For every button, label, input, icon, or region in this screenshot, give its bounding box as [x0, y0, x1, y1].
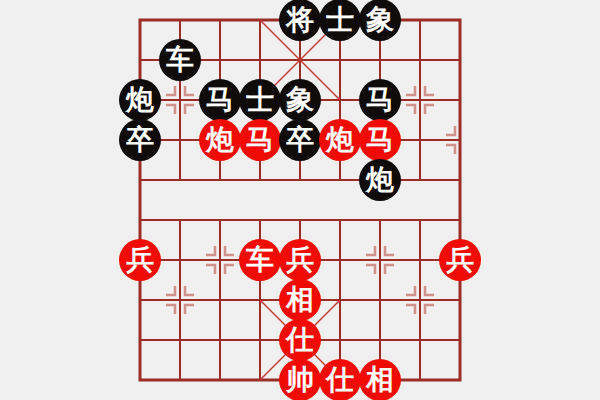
board-point[interactable] — [120, 320, 160, 360]
board-point[interactable] — [240, 40, 280, 80]
piece-black-advisor[interactable]: 士 — [319, 0, 361, 41]
board-point[interactable]: 仕 — [320, 360, 360, 400]
board-point[interactable]: 马 — [360, 80, 400, 120]
board-point[interactable] — [440, 120, 480, 160]
board-point[interactable] — [120, 40, 160, 80]
board-point[interactable] — [200, 160, 240, 200]
piece-red-soldier[interactable]: 兵 — [119, 239, 161, 281]
piece-red-soldier[interactable]: 兵 — [279, 239, 321, 281]
piece-red-horse[interactable]: 马 — [359, 119, 401, 161]
piece-red-cannon[interactable]: 炮 — [319, 119, 361, 161]
board-point[interactable]: 帅 — [280, 360, 320, 400]
board-point[interactable] — [200, 280, 240, 320]
board-point[interactable] — [240, 200, 280, 240]
board-point[interactable] — [360, 280, 400, 320]
board-point[interactable] — [400, 80, 440, 120]
board-point[interactable]: 炮 — [120, 80, 160, 120]
board-point[interactable] — [240, 160, 280, 200]
board-point[interactable] — [360, 200, 400, 240]
piece-red-cannon[interactable]: 炮 — [199, 119, 241, 161]
board-point[interactable] — [400, 120, 440, 160]
board-point[interactable] — [280, 40, 320, 80]
board-point[interactable] — [320, 40, 360, 80]
board-point[interactable] — [120, 360, 160, 400]
board-point[interactable] — [320, 80, 360, 120]
board-point[interactable] — [320, 240, 360, 280]
piece-black-soldier[interactable]: 卒 — [279, 119, 321, 161]
board-point[interactable] — [240, 360, 280, 400]
board-point[interactable] — [320, 320, 360, 360]
board-point[interactable]: 炮 — [320, 120, 360, 160]
board-point[interactable] — [120, 280, 160, 320]
piece-black-general[interactable]: 将 — [279, 0, 321, 41]
board-point[interactable] — [440, 200, 480, 240]
board-point[interactable]: 相 — [280, 280, 320, 320]
board-point[interactable] — [440, 80, 480, 120]
board-point[interactable]: 兵 — [120, 240, 160, 280]
piece-black-horse[interactable]: 马 — [199, 79, 241, 121]
board-point[interactable] — [160, 160, 200, 200]
board-point[interactable]: 相 — [360, 360, 400, 400]
board-point[interactable]: 炮 — [360, 160, 400, 200]
board-point[interactable]: 卒 — [280, 120, 320, 160]
board-point[interactable] — [200, 240, 240, 280]
board-point[interactable] — [160, 80, 200, 120]
board-point[interactable] — [400, 240, 440, 280]
board-point[interactable]: 马 — [240, 120, 280, 160]
piece-red-elephant[interactable]: 相 — [279, 279, 321, 321]
piece-black-chariot[interactable]: 车 — [159, 39, 201, 81]
board-point[interactable] — [200, 200, 240, 240]
board-point[interactable] — [400, 0, 440, 40]
piece-red-soldier[interactable]: 兵 — [439, 239, 481, 281]
board-point[interactable] — [440, 360, 480, 400]
board-point[interactable] — [240, 320, 280, 360]
board-point[interactable] — [280, 200, 320, 240]
board-point[interactable] — [400, 360, 440, 400]
piece-red-advisor[interactable]: 仕 — [319, 359, 361, 400]
board-point[interactable] — [200, 0, 240, 40]
xiangqi-app: 将士象车炮马士象马卒炮马卒炮马炮兵车兵兵相仕帅仕相 — [0, 0, 600, 400]
board-point[interactable] — [320, 160, 360, 200]
board-point[interactable] — [400, 160, 440, 200]
board-point[interactable] — [400, 320, 440, 360]
board-point[interactable] — [120, 200, 160, 240]
board-point[interactable] — [160, 360, 200, 400]
piece-black-elephant[interactable]: 象 — [359, 0, 401, 41]
piece-red-advisor[interactable]: 仕 — [279, 319, 321, 361]
piece-black-horse[interactable]: 马 — [359, 79, 401, 121]
board-point[interactable] — [120, 0, 160, 40]
board-point[interactable] — [280, 160, 320, 200]
board-point[interactable] — [360, 240, 400, 280]
board-point[interactable]: 将 — [280, 0, 320, 40]
board-point[interactable] — [400, 40, 440, 80]
board-point[interactable]: 卒 — [120, 120, 160, 160]
piece-red-general[interactable]: 帅 — [279, 359, 321, 400]
board-point[interactable] — [320, 200, 360, 240]
board-point[interactable]: 马 — [360, 120, 400, 160]
piece-black-cannon[interactable]: 炮 — [359, 159, 401, 201]
board-point[interactable] — [440, 0, 480, 40]
board-point[interactable] — [400, 200, 440, 240]
piece-red-horse[interactable]: 马 — [239, 119, 281, 161]
piece-black-soldier[interactable]: 卒 — [119, 119, 161, 161]
piece-red-chariot[interactable]: 车 — [239, 239, 281, 281]
board-point[interactable]: 车 — [240, 240, 280, 280]
board-point[interactable]: 象 — [280, 80, 320, 120]
piece-red-elephant[interactable]: 相 — [359, 359, 401, 400]
board-point[interactable]: 马 — [200, 80, 240, 120]
board-point[interactable] — [400, 280, 440, 320]
board-point[interactable] — [200, 320, 240, 360]
xiangqi-board[interactable]: 将士象车炮马士象马卒炮马卒炮马炮兵车兵兵相仕帅仕相 — [120, 0, 480, 400]
board-point[interactable]: 炮 — [200, 120, 240, 160]
board-point[interactable] — [240, 0, 280, 40]
board-point[interactable] — [360, 40, 400, 80]
piece-black-advisor[interactable]: 士 — [239, 79, 281, 121]
board-point[interactable] — [440, 40, 480, 80]
board-point[interactable] — [160, 120, 200, 160]
board-point[interactable] — [160, 280, 200, 320]
board-point[interactable] — [240, 280, 280, 320]
board-point[interactable] — [200, 40, 240, 80]
board-point[interactable]: 士 — [240, 80, 280, 120]
piece-black-cannon[interactable]: 炮 — [119, 79, 161, 121]
board-point[interactable] — [440, 160, 480, 200]
board-point[interactable] — [320, 280, 360, 320]
board-point[interactable] — [160, 200, 200, 240]
board-point[interactable]: 仕 — [280, 320, 320, 360]
board-point[interactable]: 车 — [160, 40, 200, 80]
board-point[interactable] — [120, 160, 160, 200]
piece-black-elephant[interactable]: 象 — [279, 79, 321, 121]
board-point[interactable]: 兵 — [440, 240, 480, 280]
board-point[interactable] — [440, 320, 480, 360]
board-point[interactable]: 兵 — [280, 240, 320, 280]
board-point[interactable] — [160, 320, 200, 360]
board-point[interactable] — [200, 360, 240, 400]
board-point[interactable] — [360, 320, 400, 360]
board-point[interactable]: 象 — [360, 0, 400, 40]
board-point[interactable] — [160, 0, 200, 40]
board-point[interactable] — [160, 240, 200, 280]
board-point[interactable]: 士 — [320, 0, 360, 40]
board-point[interactable] — [440, 280, 480, 320]
